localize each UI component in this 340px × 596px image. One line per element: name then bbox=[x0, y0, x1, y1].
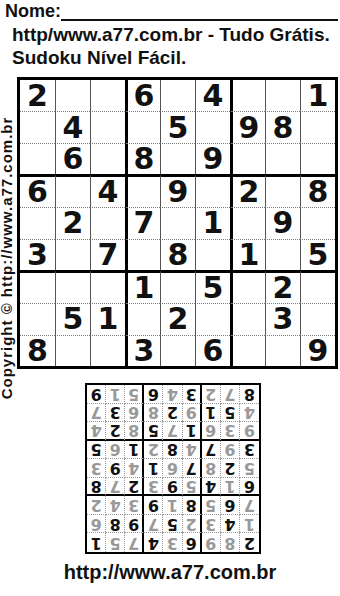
site-tagline: http/www.a77.com.br - Tudo Grátis. bbox=[12, 24, 330, 46]
puzzle-cell-r8c2: 5 bbox=[55, 303, 90, 334]
sudoku-puzzle-grid: 264145986896492827193781515251238369 bbox=[17, 77, 338, 369]
solution-cell-r8c4: 9 bbox=[183, 404, 202, 423]
solution-cell-r5c8: 9 bbox=[106, 459, 125, 478]
puzzle-cell-r4c7: 2 bbox=[230, 174, 265, 207]
solution-cell-r7c6: 5 bbox=[144, 422, 163, 441]
puzzle-cell-r9c5[interactable] bbox=[160, 335, 195, 366]
footer-url: http://www.a77.com.br bbox=[0, 561, 340, 584]
puzzle-cell-r9c1: 8 bbox=[20, 335, 55, 366]
puzzle-cell-r8c9[interactable] bbox=[300, 303, 335, 334]
puzzle-cell-r5c6: 1 bbox=[195, 207, 230, 238]
solution-cell-r2c7: 9 bbox=[125, 515, 144, 534]
puzzle-cell-r8c1[interactable] bbox=[20, 303, 55, 334]
solution-cell-r6c3: 7 bbox=[202, 441, 221, 460]
puzzle-cell-r1c6: 4 bbox=[195, 80, 230, 111]
puzzle-cell-r3c4: 8 bbox=[125, 143, 160, 174]
puzzle-cell-r2c2: 4 bbox=[55, 111, 90, 142]
solution-cell-r9c6: 6 bbox=[144, 385, 163, 404]
solution-cell-r6c7: 1 bbox=[125, 441, 144, 460]
solution-cell-r8c9: 7 bbox=[87, 404, 106, 423]
puzzle-cell-r5c7[interactable] bbox=[230, 207, 265, 238]
solution-cell-r5c7: 4 bbox=[125, 459, 144, 478]
solution-cell-r3c8: 4 bbox=[106, 496, 125, 515]
puzzle-cell-r2c9[interactable] bbox=[300, 111, 335, 142]
solution-cell-r7c3: 6 bbox=[202, 422, 221, 441]
puzzle-cell-r9c3[interactable] bbox=[90, 335, 125, 366]
puzzle-cell-r8c8: 3 bbox=[265, 303, 300, 334]
puzzle-cell-r7c5[interactable] bbox=[160, 270, 195, 303]
puzzle-cell-r8c4[interactable] bbox=[125, 303, 160, 334]
solution-cell-r9c7: 5 bbox=[125, 385, 144, 404]
puzzle-cell-r8c6[interactable] bbox=[195, 303, 230, 334]
name-underline bbox=[61, 19, 338, 21]
solution-cell-r6c4: 4 bbox=[183, 441, 202, 460]
puzzle-cell-r9c8[interactable] bbox=[265, 335, 300, 366]
solution-cell-r2c9: 6 bbox=[87, 515, 106, 534]
solution-cell-r6c1: 3 bbox=[240, 441, 259, 460]
solution-cell-r1c5: 3 bbox=[163, 533, 182, 552]
puzzle-cell-r6c4[interactable] bbox=[125, 239, 160, 270]
puzzle-cell-r3c6: 9 bbox=[195, 143, 230, 174]
solution-cell-r9c8: 1 bbox=[106, 385, 125, 404]
puzzle-title: Sudoku Nível Fácil. bbox=[12, 47, 186, 69]
solution-cell-r8c6: 8 bbox=[144, 404, 163, 423]
puzzle-cell-r6c1: 3 bbox=[20, 239, 55, 270]
puzzle-cell-r6c5: 8 bbox=[160, 239, 195, 270]
puzzle-cell-r1c3[interactable] bbox=[90, 80, 125, 111]
puzzle-cell-r7c4: 1 bbox=[125, 270, 160, 303]
puzzle-cell-r2c7: 9 bbox=[230, 111, 265, 142]
solution-cell-r1c3: 9 bbox=[202, 533, 221, 552]
solution-cell-r5c4: 7 bbox=[183, 459, 202, 478]
solution-cell-r7c5: 7 bbox=[163, 422, 182, 441]
puzzle-cell-r2c3[interactable] bbox=[90, 111, 125, 142]
solution-cell-r4c1: 6 bbox=[240, 478, 259, 497]
puzzle-cell-r9c2[interactable] bbox=[55, 335, 90, 366]
solution-cell-r8c3: 1 bbox=[202, 404, 221, 423]
solution-cell-r6c9: 5 bbox=[87, 441, 106, 460]
puzzle-cell-r4c5: 9 bbox=[160, 174, 195, 207]
solution-cell-r4c8: 7 bbox=[106, 478, 125, 497]
solution-cell-r6c5: 8 bbox=[163, 441, 182, 460]
puzzle-cell-r9c4: 3 bbox=[125, 335, 160, 366]
solution-cell-r3c2: 6 bbox=[221, 496, 240, 515]
puzzle-cell-r4c3: 4 bbox=[90, 174, 125, 207]
puzzle-cell-r5c2: 2 bbox=[55, 207, 90, 238]
puzzle-cell-r4c4[interactable] bbox=[125, 174, 160, 207]
puzzle-cell-r5c9[interactable] bbox=[300, 207, 335, 238]
solution-cell-r1c7: 7 bbox=[125, 533, 144, 552]
solution-cell-r4c9: 8 bbox=[87, 478, 106, 497]
solution-cell-r4c4: 5 bbox=[183, 478, 202, 497]
puzzle-cell-r1c4: 6 bbox=[125, 80, 160, 111]
puzzle-cell-r9c6: 6 bbox=[195, 335, 230, 366]
solution-cell-r3c6: 9 bbox=[144, 496, 163, 515]
solution-cell-r1c1: 2 bbox=[240, 533, 259, 552]
puzzle-cell-r3c1[interactable] bbox=[20, 143, 55, 174]
solution-cell-r3c1: 7 bbox=[240, 496, 259, 515]
solution-cell-r8c7: 6 bbox=[125, 404, 144, 423]
puzzle-cell-r4c2[interactable] bbox=[55, 174, 90, 207]
solution-cell-r4c3: 4 bbox=[202, 478, 221, 497]
puzzle-cell-r5c5[interactable] bbox=[160, 207, 195, 238]
puzzle-cell-r2c6[interactable] bbox=[195, 111, 230, 142]
puzzle-cell-r1c2[interactable] bbox=[55, 80, 90, 111]
puzzle-cell-r8c7[interactable] bbox=[230, 303, 265, 334]
solution-cell-r4c6: 3 bbox=[144, 478, 163, 497]
solution-cell-r4c7: 2 bbox=[125, 478, 144, 497]
solution-cell-r3c7: 3 bbox=[125, 496, 144, 515]
puzzle-cell-r6c3: 7 bbox=[90, 239, 125, 270]
puzzle-cell-r5c1[interactable] bbox=[20, 207, 55, 238]
solution-cell-r6c2: 9 bbox=[221, 441, 240, 460]
copyright-vertical-text: Copyright © http://www.a77.com.br bbox=[0, 82, 18, 434]
puzzle-cell-r9c9: 9 bbox=[300, 335, 335, 366]
puzzle-cell-r4c6[interactable] bbox=[195, 174, 230, 207]
puzzle-cell-r6c9: 5 bbox=[300, 239, 335, 270]
solution-cell-r7c7: 8 bbox=[125, 422, 144, 441]
puzzle-cell-r7c1[interactable] bbox=[20, 270, 55, 303]
solution-cell-r2c1: 1 bbox=[240, 515, 259, 534]
puzzle-cell-r3c8[interactable] bbox=[265, 143, 300, 174]
puzzle-cell-r3c5[interactable] bbox=[160, 143, 195, 174]
solution-cell-r5c2: 2 bbox=[221, 459, 240, 478]
solution-cell-r5c3: 8 bbox=[202, 459, 221, 478]
puzzle-cell-r1c7[interactable] bbox=[230, 80, 265, 111]
name-label: Nome: bbox=[5, 1, 61, 22]
solution-cell-r8c2: 5 bbox=[221, 404, 240, 423]
solution-cell-r2c3: 3 bbox=[202, 515, 221, 534]
puzzle-cell-r6c2[interactable] bbox=[55, 239, 90, 270]
puzzle-cell-r4c8[interactable] bbox=[265, 174, 300, 207]
solution-cell-r8c8: 3 bbox=[106, 404, 125, 423]
puzzle-cell-r6c7: 1 bbox=[230, 239, 265, 270]
puzzle-cell-r7c8: 2 bbox=[265, 270, 300, 303]
puzzle-cell-r4c1: 6 bbox=[20, 174, 55, 207]
puzzle-cell-r6c6[interactable] bbox=[195, 239, 230, 270]
solution-cell-r3c4: 8 bbox=[183, 496, 202, 515]
solution-cell-r2c4: 2 bbox=[183, 515, 202, 534]
puzzle-cell-r7c9[interactable] bbox=[300, 270, 335, 303]
solution-cell-r3c3: 5 bbox=[202, 496, 221, 515]
solution-cell-r7c2: 3 bbox=[221, 422, 240, 441]
puzzle-cell-r3c9[interactable] bbox=[300, 143, 335, 174]
puzzle-cell-r1c5[interactable] bbox=[160, 80, 195, 111]
solution-cell-r9c1: 8 bbox=[240, 385, 259, 404]
solution-cell-r2c6: 7 bbox=[144, 515, 163, 534]
solution-cell-r5c5: 6 bbox=[163, 459, 182, 478]
solution-cell-r9c2: 7 bbox=[221, 385, 240, 404]
solution-cell-r6c6: 2 bbox=[144, 441, 163, 460]
solution-cell-r1c6: 4 bbox=[144, 533, 163, 552]
puzzle-cell-r1c9: 1 bbox=[300, 80, 335, 111]
puzzle-cell-r7c3[interactable] bbox=[90, 270, 125, 303]
puzzle-cell-r8c5: 2 bbox=[160, 303, 195, 334]
solution-cell-r7c4: 1 bbox=[183, 422, 202, 441]
solution-cell-r4c5: 9 bbox=[163, 478, 182, 497]
solution-cell-r7c9: 4 bbox=[87, 422, 106, 441]
puzzle-cell-r7c6: 5 bbox=[195, 270, 230, 303]
puzzle-cell-r7c2[interactable] bbox=[55, 270, 90, 303]
sudoku-solution-grid-rotated: 2896347511432579867658193426145932785287… bbox=[85, 383, 261, 554]
solution-cell-r5c9: 3 bbox=[87, 459, 106, 478]
solution-cell-r1c4: 6 bbox=[183, 533, 202, 552]
solution-cell-r6c8: 6 bbox=[106, 441, 125, 460]
solution-cell-r1c8: 5 bbox=[106, 533, 125, 552]
solution-cell-r9c4: 3 bbox=[183, 385, 202, 404]
solution-cell-r4c2: 1 bbox=[221, 478, 240, 497]
solution-cell-r8c5: 2 bbox=[163, 404, 182, 423]
puzzle-cell-r3c2: 6 bbox=[55, 143, 90, 174]
puzzle-cell-r6c8[interactable] bbox=[265, 239, 300, 270]
puzzle-cell-r1c1: 2 bbox=[20, 80, 55, 111]
puzzle-cell-r1c8[interactable] bbox=[265, 80, 300, 111]
puzzle-cell-r7c7[interactable] bbox=[230, 270, 265, 303]
puzzle-cell-r9c7[interactable] bbox=[230, 335, 265, 366]
solution-cell-r2c5: 5 bbox=[163, 515, 182, 534]
solution-cell-r3c5: 1 bbox=[163, 496, 182, 515]
puzzle-cell-r2c1[interactable] bbox=[20, 111, 55, 142]
puzzle-cell-r4c9: 8 bbox=[300, 174, 335, 207]
solution-cell-r1c9: 1 bbox=[87, 533, 106, 552]
puzzle-cell-r2c4[interactable] bbox=[125, 111, 160, 142]
solution-cell-r2c2: 4 bbox=[221, 515, 240, 534]
puzzle-cell-r8c3: 1 bbox=[90, 303, 125, 334]
puzzle-cell-r5c8: 9 bbox=[265, 207, 300, 238]
solution-cell-r2c8: 8 bbox=[106, 515, 125, 534]
solution-cell-r1c2: 8 bbox=[221, 533, 240, 552]
puzzle-cell-r3c3[interactable] bbox=[90, 143, 125, 174]
solution-cell-r9c9: 9 bbox=[87, 385, 106, 404]
puzzle-cell-r3c7[interactable] bbox=[230, 143, 265, 174]
solution-cell-r5c6: 1 bbox=[144, 459, 163, 478]
puzzle-cell-r2c5: 5 bbox=[160, 111, 195, 142]
solution-cell-r3c9: 2 bbox=[87, 496, 106, 515]
puzzle-cell-r5c3[interactable] bbox=[90, 207, 125, 238]
puzzle-cell-r2c8: 8 bbox=[265, 111, 300, 142]
puzzle-cell-r5c4: 7 bbox=[125, 207, 160, 238]
solution-cell-r7c8: 2 bbox=[106, 422, 125, 441]
solution-cell-r5c1: 5 bbox=[240, 459, 259, 478]
solution-cell-r9c5: 4 bbox=[163, 385, 182, 404]
solution-cell-r9c3: 2 bbox=[202, 385, 221, 404]
solution-cell-r7c1: 9 bbox=[240, 422, 259, 441]
solution-cell-r8c1: 4 bbox=[240, 404, 259, 423]
